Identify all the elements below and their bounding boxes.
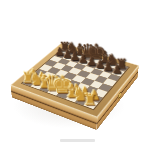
square-h8 [116, 65, 129, 72]
chess-set-photo: ♜♞♝♛♚♝♞♜♟♟♟♟♟♟♟♟♟♟♟♟♟♟♟♟♜♞♝♛♚♝♞♜ [0, 0, 150, 150]
watermark [60, 139, 95, 142]
clasp [118, 91, 121, 100]
